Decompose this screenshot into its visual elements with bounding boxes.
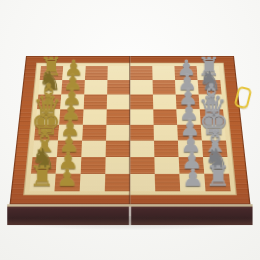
board-square: ♞ bbox=[31, 157, 57, 174]
board-square: ♟ bbox=[175, 80, 199, 94]
gold-rook: ♜ bbox=[40, 54, 63, 80]
board-square bbox=[83, 109, 107, 124]
board-square bbox=[130, 94, 153, 109]
board-square bbox=[107, 94, 130, 109]
board-fold-seam bbox=[129, 56, 131, 204]
board-square bbox=[81, 141, 106, 157]
board-square bbox=[83, 94, 107, 109]
silver-pawn: ♟ bbox=[177, 58, 196, 80]
board-square bbox=[130, 141, 154, 157]
board-square: ♜ bbox=[40, 66, 64, 80]
board-square: ♞ bbox=[203, 157, 229, 174]
board-square: ♟ bbox=[180, 174, 206, 191]
board-square: ♛ bbox=[36, 109, 61, 124]
board-square: ♜ bbox=[29, 174, 55, 191]
board-square bbox=[154, 157, 179, 174]
board-square bbox=[130, 125, 154, 141]
board-square bbox=[105, 157, 130, 174]
board-square: ♜ bbox=[197, 66, 221, 80]
silver-rook: ♜ bbox=[197, 54, 220, 80]
chess-board: ♜♟♟♜♞♟♟♞♝♟♟♝♛♟♟♛♚♟♟♚♝♟♟♝♞♟♟♞♜♟♟♜ bbox=[10, 56, 251, 204]
board-square: ♟ bbox=[57, 141, 82, 157]
chess-set-photo: ♜♟♟♜♞♟♟♞♝♟♟♝♛♟♟♛♚♟♟♚♝♟♟♝♞♟♟♞♜♟♟♜ bbox=[0, 0, 260, 260]
board-square bbox=[130, 109, 154, 124]
board-square: ♟ bbox=[54, 174, 80, 191]
silver-knight: ♞ bbox=[204, 145, 229, 173]
board-square: ♟ bbox=[177, 125, 202, 141]
board-square bbox=[154, 141, 179, 157]
floor-shadow bbox=[12, 216, 248, 230]
board-square: ♟ bbox=[174, 66, 197, 80]
board-square bbox=[130, 157, 155, 174]
board-square bbox=[155, 174, 181, 191]
board-square bbox=[106, 141, 130, 157]
board-square: ♝ bbox=[37, 94, 61, 109]
board-square: ♚ bbox=[34, 125, 59, 141]
board-square: ♟ bbox=[176, 94, 200, 109]
board-square bbox=[85, 66, 108, 80]
board-square: ♟ bbox=[59, 109, 83, 124]
board-square bbox=[106, 125, 130, 141]
board-square: ♟ bbox=[179, 157, 205, 174]
board-square: ♟ bbox=[61, 80, 85, 94]
board-square bbox=[80, 157, 105, 174]
board-square: ♟ bbox=[60, 94, 84, 109]
gold-knight: ♞ bbox=[31, 145, 56, 173]
gold-pawn: ♟ bbox=[64, 58, 83, 80]
board-square bbox=[130, 66, 153, 80]
board-square: ♜ bbox=[204, 174, 230, 191]
board-square bbox=[154, 125, 178, 141]
board-square: ♞ bbox=[38, 80, 62, 94]
board-square: ♟ bbox=[62, 66, 85, 80]
board-square bbox=[130, 174, 155, 191]
board-square bbox=[84, 80, 107, 94]
board-square bbox=[107, 80, 130, 94]
board-square bbox=[105, 174, 130, 191]
board-square: ♛ bbox=[200, 109, 225, 124]
board-square: ♝ bbox=[202, 141, 228, 157]
board-square bbox=[153, 109, 177, 124]
board-square: ♝ bbox=[33, 141, 59, 157]
board-square bbox=[107, 66, 130, 80]
board-square bbox=[80, 174, 106, 191]
board-square: ♝ bbox=[199, 94, 223, 109]
board-square: ♟ bbox=[177, 109, 201, 124]
board-square bbox=[82, 125, 106, 141]
board-square bbox=[106, 109, 130, 124]
board-square bbox=[152, 66, 175, 80]
board-square: ♞ bbox=[198, 80, 222, 94]
board-square: ♚ bbox=[201, 125, 226, 141]
board-square: ♟ bbox=[178, 141, 203, 157]
board-square bbox=[130, 80, 153, 94]
board-square: ♟ bbox=[56, 157, 82, 174]
board-square bbox=[153, 80, 176, 94]
board-square bbox=[153, 94, 177, 109]
board-square: ♟ bbox=[58, 125, 83, 141]
